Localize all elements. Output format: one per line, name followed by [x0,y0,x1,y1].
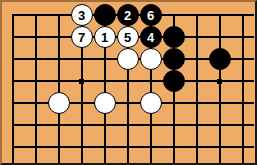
grid-line-v [12,158,14,163]
grid-line-h [47,36,70,38]
board-cell [231,136,254,158]
board-cell [93,4,116,26]
grid-line-h [185,146,208,148]
grid-line-h [47,124,70,126]
board-cell [47,26,70,48]
board-cell [24,4,47,26]
board-cell [162,114,185,136]
board-cell [70,48,93,70]
board-cell: 7 [70,26,93,48]
board-cell [231,158,254,163]
grid-line-h [208,36,231,38]
board-cell [139,92,162,114]
black-stone: 4 [140,26,162,48]
black-stone [94,4,116,26]
grid-line-h [185,80,208,82]
board-cell [116,48,139,70]
grid-line-h [12,102,25,104]
white-stone: 5 [117,26,139,48]
black-stone: 6 [140,4,162,26]
board-cell [1,4,24,26]
black-stone [163,48,185,70]
board-cell [24,48,47,70]
grid-line-h [162,146,185,148]
grid-line-h [208,146,231,148]
grid-line-h [231,14,254,16]
board-cell [70,114,93,136]
board-cell: 6 [139,4,162,26]
board-cell [208,26,231,48]
grid-line-h [185,102,208,104]
board-cell [185,158,208,163]
move-number: 5 [124,31,131,44]
board-cell: 2 [116,4,139,26]
grid-line-h [162,124,185,126]
grid-line-v [81,158,83,163]
board-cell: 4 [139,26,162,48]
move-number: 7 [78,31,85,44]
grid-line-h [47,14,70,16]
board-cell [93,70,116,92]
board-cell [208,92,231,114]
board-cell [162,48,185,70]
board-cell [185,92,208,114]
board-cell [93,136,116,158]
board-cell [162,92,185,114]
grid-line-h [24,80,47,82]
board-cell [47,136,70,158]
board-cell [24,158,47,163]
board-cell [208,158,231,163]
move-number: 2 [124,9,131,22]
board-cell [162,4,185,26]
grid-line-v [58,158,60,163]
board-cell [139,70,162,92]
grid-line-h [162,14,185,16]
board-cell [231,92,254,114]
board-cell [162,158,185,163]
grid-line-h [12,58,25,60]
board-cell [70,158,93,163]
board-cell [70,92,93,114]
white-stone: 3 [71,4,93,26]
board-cell: 1 [93,26,116,48]
grid-line-h [116,80,139,82]
grid-line-h [24,36,47,38]
white-stone [140,48,162,70]
board-cell [47,92,70,114]
white-stone [94,92,116,114]
grid-line-h [24,124,47,126]
grid-line-h [231,58,254,60]
move-number: 3 [78,9,85,22]
board-cell [24,26,47,48]
grid-line-h [231,124,254,126]
board-cell [24,92,47,114]
black-stone [163,70,185,92]
grid-line-h [208,124,231,126]
board-cell [93,114,116,136]
white-stone [140,92,162,114]
board-cell [47,158,70,163]
grid-line-v [104,158,106,163]
black-stone [163,26,185,48]
board-cell [208,114,231,136]
board-cell [185,4,208,26]
grid-line-h [12,80,25,82]
board-cell [208,4,231,26]
grid-line-h [70,58,93,60]
board-cell [1,114,24,136]
grid-line-h [231,36,254,38]
board-cell [231,114,254,136]
grid-line-h [185,58,208,60]
board-cell [47,70,70,92]
grid-line-v [242,158,244,163]
board-cell [47,4,70,26]
board-cell [162,136,185,158]
board-cell [47,48,70,70]
board-cell [1,48,24,70]
board-cell [116,114,139,136]
board-cell [116,70,139,92]
white-stone [48,92,70,114]
grid-line-h [12,146,25,148]
board-cell [231,4,254,26]
grid-line-h [93,58,116,60]
board-cell: 5 [116,26,139,48]
move-number: 1 [101,31,108,44]
grid-line-h [93,80,116,82]
grid-line-h [24,102,47,104]
move-number: 6 [147,9,154,22]
grid-line-v [127,158,129,163]
board-cell [185,136,208,158]
grid-line-h [231,80,254,82]
board-cell [185,114,208,136]
white-stone [117,48,139,70]
board-cell [185,48,208,70]
grid-line-h [185,14,208,16]
grid-line-v [219,158,221,163]
grid-line-v [35,158,37,163]
board-cell [70,70,93,92]
board-cell [208,48,231,70]
grid-line-h [12,14,25,16]
board-cell [93,48,116,70]
board-cell [139,158,162,163]
grid-line-h [208,102,231,104]
board-cell [231,26,254,48]
board-cell [1,92,24,114]
grid-line-h [70,102,93,104]
board-cell [1,158,24,163]
star-point [217,79,222,84]
board-cell [139,114,162,136]
board-cell [47,114,70,136]
board-cell [24,70,47,92]
grid-line-h [70,124,93,126]
grid-line-h [116,124,139,126]
board-cell [185,26,208,48]
board-cell [24,136,47,158]
grid-line-h [93,146,116,148]
grid-line-h [185,124,208,126]
grid-line-h [47,80,70,82]
grid-line-v [173,158,175,163]
board-cell [139,48,162,70]
board-cell [70,136,93,158]
grid-line-h [139,80,162,82]
grid-line-h [47,58,70,60]
board-cell [116,92,139,114]
grid-line-h [24,58,47,60]
board-cell [185,70,208,92]
board-cell [231,48,254,70]
grid-line-h [162,102,185,104]
grid-line-h [70,146,93,148]
white-stone: 1 [94,26,116,48]
grid-line-h [231,102,254,104]
grid-line-h [139,124,162,126]
board-cell [162,70,185,92]
board-cell [1,26,24,48]
board-cell [93,92,116,114]
board-cell [139,136,162,158]
board-cell [208,70,231,92]
board-cell [1,136,24,158]
white-stone: 7 [71,26,93,48]
board-cell [231,70,254,92]
grid-line-h [231,146,254,148]
move-number: 4 [147,31,154,44]
grid-line-h [208,14,231,16]
grid-line-h [24,146,47,148]
board-cell [93,158,116,163]
board-cell [24,114,47,136]
grid-line-h [139,146,162,148]
black-stone: 2 [117,4,139,26]
black-stone [209,48,231,70]
board-cell [116,158,139,163]
grid-line-h [12,36,25,38]
board-cell: 3 [70,4,93,26]
grid-line-h [116,146,139,148]
star-point [79,79,84,84]
board-cell [1,70,24,92]
board-cell [208,136,231,158]
grid-line-h [116,102,139,104]
grid-line-h [47,146,70,148]
grid-line-v [196,158,198,163]
go-diagram: 3267154 [0,0,257,165]
grid-line-h [12,124,25,126]
grid-line-h [24,14,47,16]
grid-line-v [150,158,152,163]
grid-line-h [93,124,116,126]
board-cell [116,136,139,158]
board-cell [162,26,185,48]
go-board: 3267154 [1,4,254,163]
grid-line-h [185,36,208,38]
